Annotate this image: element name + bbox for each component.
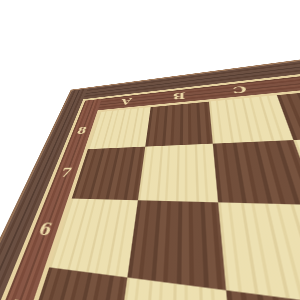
square-b8 — [145, 102, 213, 147]
chess-board: ABCDEFGH 87654321 — [0, 0, 300, 90]
photo-bottom-margin — [0, 261, 300, 300]
product-photo: ABCDEFGH 87654321 4ydo-podarka.ru — [0, 0, 300, 300]
watermark: 4ydo-podarka.ru — [196, 166, 257, 174]
